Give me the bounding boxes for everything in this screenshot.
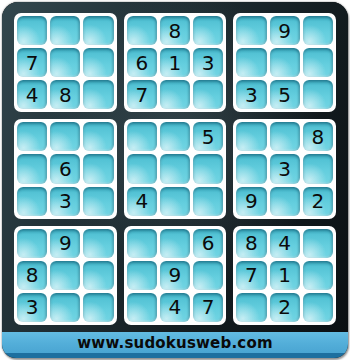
sudoku-cell[interactable]: 4 bbox=[160, 293, 190, 322]
sudoku-block: 983 bbox=[14, 226, 117, 325]
sudoku-cell[interactable] bbox=[127, 261, 157, 290]
website-link[interactable]: www.sudokusweb.com bbox=[77, 334, 272, 352]
sudoku-cell[interactable] bbox=[303, 48, 333, 77]
sudoku-cell[interactable] bbox=[83, 261, 113, 290]
sudoku-cell[interactable] bbox=[236, 48, 266, 77]
footer-banner: www.sudokusweb.com bbox=[2, 332, 348, 358]
sudoku-cell[interactable]: 7 bbox=[236, 261, 266, 290]
sudoku-cell[interactable]: 9 bbox=[160, 261, 190, 290]
sudoku-cell[interactable]: 1 bbox=[160, 48, 190, 77]
sudoku-cell[interactable] bbox=[160, 154, 190, 183]
sudoku-cell[interactable] bbox=[303, 293, 333, 322]
sudoku-cell[interactable] bbox=[83, 187, 113, 216]
sudoku-cell[interactable]: 9 bbox=[50, 229, 80, 258]
sudoku-cell[interactable]: 8 bbox=[17, 261, 47, 290]
sudoku-block: 86137 bbox=[124, 13, 227, 112]
sudoku-cell[interactable] bbox=[193, 187, 223, 216]
sudoku-cell[interactable] bbox=[17, 16, 47, 45]
sudoku-cell[interactable]: 2 bbox=[303, 187, 333, 216]
sudoku-cell[interactable] bbox=[50, 48, 80, 77]
sudoku-cell[interactable]: 9 bbox=[270, 16, 300, 45]
sudoku-block: 8392 bbox=[233, 119, 336, 218]
sudoku-cell[interactable] bbox=[17, 229, 47, 258]
sudoku-cell[interactable] bbox=[83, 122, 113, 151]
sudoku-cell[interactable] bbox=[127, 16, 157, 45]
sudoku-cell[interactable] bbox=[50, 293, 80, 322]
sudoku-cell[interactable] bbox=[160, 122, 190, 151]
sudoku-grid: 748 86137 935 63 54 8392 983 6947 84712 bbox=[2, 2, 348, 332]
sudoku-cell[interactable]: 3 bbox=[236, 80, 266, 109]
sudoku-cell[interactable] bbox=[127, 293, 157, 322]
sudoku-cell[interactable] bbox=[127, 154, 157, 183]
sudoku-cell[interactable] bbox=[83, 229, 113, 258]
sudoku-cell[interactable] bbox=[160, 80, 190, 109]
sudoku-cell[interactable]: 7 bbox=[127, 80, 157, 109]
sudoku-board: 748 86137 935 63 54 8392 983 6947 84712 … bbox=[2, 2, 348, 358]
sudoku-block: 748 bbox=[14, 13, 117, 112]
sudoku-cell[interactable] bbox=[270, 48, 300, 77]
sudoku-block: 935 bbox=[233, 13, 336, 112]
sudoku-cell[interactable]: 8 bbox=[160, 16, 190, 45]
sudoku-cell[interactable]: 4 bbox=[127, 187, 157, 216]
sudoku-cell[interactable] bbox=[193, 154, 223, 183]
sudoku-cell[interactable] bbox=[83, 16, 113, 45]
sudoku-block: 84712 bbox=[233, 226, 336, 325]
sudoku-cell[interactable]: 9 bbox=[236, 187, 266, 216]
sudoku-cell[interactable] bbox=[50, 16, 80, 45]
sudoku-cell[interactable]: 7 bbox=[17, 48, 47, 77]
sudoku-cell[interactable]: 8 bbox=[303, 122, 333, 151]
sudoku-cell[interactable] bbox=[127, 122, 157, 151]
sudoku-cell[interactable]: 8 bbox=[50, 80, 80, 109]
sudoku-cell[interactable] bbox=[83, 154, 113, 183]
sudoku-cell[interactable] bbox=[270, 122, 300, 151]
sudoku-block: 6947 bbox=[124, 226, 227, 325]
sudoku-cell[interactable] bbox=[303, 261, 333, 290]
sudoku-cell[interactable] bbox=[236, 293, 266, 322]
sudoku-cell[interactable] bbox=[50, 261, 80, 290]
sudoku-cell[interactable]: 8 bbox=[236, 229, 266, 258]
sudoku-cell[interactable] bbox=[193, 261, 223, 290]
sudoku-cell[interactable] bbox=[83, 293, 113, 322]
sudoku-cell[interactable] bbox=[17, 187, 47, 216]
sudoku-cell[interactable]: 4 bbox=[17, 80, 47, 109]
sudoku-cell[interactable] bbox=[193, 16, 223, 45]
sudoku-cell[interactable] bbox=[303, 154, 333, 183]
sudoku-cell[interactable] bbox=[17, 154, 47, 183]
sudoku-cell[interactable] bbox=[236, 122, 266, 151]
sudoku-cell[interactable] bbox=[236, 154, 266, 183]
sudoku-cell[interactable]: 1 bbox=[270, 261, 300, 290]
sudoku-cell[interactable] bbox=[303, 229, 333, 258]
sudoku-cell[interactable] bbox=[50, 122, 80, 151]
sudoku-cell[interactable]: 4 bbox=[270, 229, 300, 258]
sudoku-cell[interactable] bbox=[303, 80, 333, 109]
sudoku-cell[interactable] bbox=[83, 48, 113, 77]
sudoku-cell[interactable] bbox=[193, 80, 223, 109]
sudoku-cell[interactable]: 3 bbox=[50, 187, 80, 216]
sudoku-cell[interactable] bbox=[83, 80, 113, 109]
sudoku-block: 63 bbox=[14, 119, 117, 218]
sudoku-cell[interactable]: 3 bbox=[193, 48, 223, 77]
sudoku-cell[interactable]: 7 bbox=[193, 293, 223, 322]
sudoku-cell[interactable]: 3 bbox=[17, 293, 47, 322]
sudoku-block: 54 bbox=[124, 119, 227, 218]
sudoku-cell[interactable]: 6 bbox=[193, 229, 223, 258]
sudoku-cell[interactable] bbox=[303, 16, 333, 45]
sudoku-cell[interactable] bbox=[127, 229, 157, 258]
sudoku-cell[interactable] bbox=[160, 229, 190, 258]
sudoku-cell[interactable] bbox=[236, 16, 266, 45]
sudoku-cell[interactable] bbox=[270, 187, 300, 216]
sudoku-cell[interactable]: 5 bbox=[270, 80, 300, 109]
sudoku-cell[interactable] bbox=[160, 187, 190, 216]
sudoku-cell[interactable]: 5 bbox=[193, 122, 223, 151]
sudoku-cell[interactable]: 3 bbox=[270, 154, 300, 183]
sudoku-cell[interactable]: 2 bbox=[270, 293, 300, 322]
sudoku-cell[interactable] bbox=[17, 122, 47, 151]
sudoku-cell[interactable]: 6 bbox=[50, 154, 80, 183]
sudoku-cell[interactable]: 6 bbox=[127, 48, 157, 77]
